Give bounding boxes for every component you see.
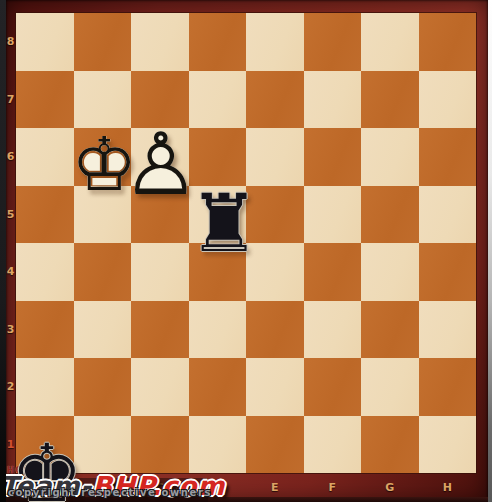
square-e7 xyxy=(246,71,304,129)
square-c2 xyxy=(131,358,189,416)
left-edge-strip xyxy=(0,0,6,502)
chess-diagram: 87654321 ABCDEFGH ♚♔♟♙♜♚ HOSTED ON Team-… xyxy=(0,0,492,502)
square-a4 xyxy=(16,243,74,301)
square-f8 xyxy=(304,13,362,71)
square-g6 xyxy=(361,128,419,186)
square-d8 xyxy=(189,13,247,71)
square-e5 xyxy=(246,186,304,244)
square-b5 xyxy=(74,186,132,244)
square-a6 xyxy=(16,128,74,186)
rank-label-5: 5 xyxy=(5,186,16,244)
square-d6 xyxy=(189,128,247,186)
square-h7 xyxy=(419,71,477,129)
square-a5 xyxy=(16,186,74,244)
square-d5 xyxy=(189,186,247,244)
square-f4 xyxy=(304,243,362,301)
square-c4 xyxy=(131,243,189,301)
square-b3 xyxy=(74,301,132,359)
square-b7 xyxy=(74,71,132,129)
rank-label-4: 4 xyxy=(5,243,16,301)
rank-label-1: 1 xyxy=(5,416,16,474)
file-label-e: E xyxy=(246,476,304,498)
square-d2 xyxy=(189,358,247,416)
rank-label-6: 6 xyxy=(5,128,16,186)
square-b8 xyxy=(74,13,132,71)
square-a2 xyxy=(16,358,74,416)
square-h1 xyxy=(419,416,477,474)
square-g3 xyxy=(361,301,419,359)
square-f6 xyxy=(304,128,362,186)
square-d4 xyxy=(189,243,247,301)
square-f1 xyxy=(304,416,362,474)
square-f5 xyxy=(304,186,362,244)
square-e3 xyxy=(246,301,304,359)
square-e4 xyxy=(246,243,304,301)
square-f2 xyxy=(304,358,362,416)
square-g4 xyxy=(361,243,419,301)
square-h5 xyxy=(419,186,477,244)
square-d3 xyxy=(189,301,247,359)
square-e2 xyxy=(246,358,304,416)
square-f7 xyxy=(304,71,362,129)
square-a8 xyxy=(16,13,74,71)
square-a3 xyxy=(16,301,74,359)
square-h2 xyxy=(419,358,477,416)
file-label-g: G xyxy=(361,476,419,498)
square-c6 xyxy=(131,128,189,186)
square-c7 xyxy=(131,71,189,129)
square-f3 xyxy=(304,301,362,359)
square-h4 xyxy=(419,243,477,301)
square-a1 xyxy=(16,416,74,474)
rank-label-7: 7 xyxy=(5,71,16,129)
square-h8 xyxy=(419,13,477,71)
rank-label-2: 2 xyxy=(5,358,16,416)
rank-label-8: 8 xyxy=(5,13,16,71)
chess-board xyxy=(16,13,476,473)
file-label-h: H xyxy=(419,476,477,498)
square-b1 xyxy=(74,416,132,474)
square-e8 xyxy=(246,13,304,71)
square-h6 xyxy=(419,128,477,186)
page-edge-strip xyxy=(488,0,492,502)
square-b2 xyxy=(74,358,132,416)
square-c5 xyxy=(131,186,189,244)
square-e1 xyxy=(246,416,304,474)
square-c3 xyxy=(131,301,189,359)
square-g2 xyxy=(361,358,419,416)
square-h3 xyxy=(419,301,477,359)
copyright-text: copyright respective owners xyxy=(8,487,212,498)
square-g7 xyxy=(361,71,419,129)
square-d7 xyxy=(189,71,247,129)
square-g5 xyxy=(361,186,419,244)
square-e6 xyxy=(246,128,304,186)
square-d1 xyxy=(189,416,247,474)
square-g8 xyxy=(361,13,419,71)
file-label-f: F xyxy=(304,476,362,498)
square-c8 xyxy=(131,13,189,71)
square-b6 xyxy=(74,128,132,186)
rank-label-3: 3 xyxy=(5,301,16,359)
square-b4 xyxy=(74,243,132,301)
square-c1 xyxy=(131,416,189,474)
square-g1 xyxy=(361,416,419,474)
square-a7 xyxy=(16,71,74,129)
